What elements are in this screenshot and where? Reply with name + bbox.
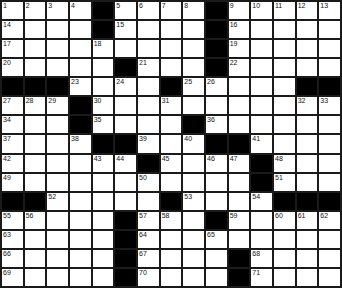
cell-r9c4[interactable] [70,155,91,172]
block-r10c12 [251,174,272,191]
block-r8c10 [206,135,227,152]
cell-r10c10[interactable] [206,174,227,191]
cell-r15c10[interactable] [206,269,227,286]
cell-r6c7[interactable] [138,97,159,114]
clue-number: 45 [162,155,170,163]
cell-r7c5[interactable]: 35 [93,116,114,133]
cell-r7c14[interactable] [297,116,318,133]
clue-number: 46 [207,155,215,163]
cell-r2c4[interactable] [70,21,91,38]
clue-number: 49 [3,174,11,182]
cell-r6c1[interactable]: 27 [2,97,23,114]
cell-r6c12[interactable] [251,97,272,114]
cell-r5c9[interactable]: 25 [183,78,204,95]
cell-r13c12[interactable] [251,231,272,248]
cell-r9c9[interactable] [183,155,204,172]
cell-r5c12[interactable] [251,78,272,95]
cell-r7c11[interactable] [229,116,250,133]
cell-r8c9[interactable]: 40 [183,135,204,152]
cell-r8c15[interactable] [319,135,340,152]
clue-number: 42 [3,155,11,163]
cell-r1c13[interactable]: 11 [274,2,295,19]
cell-r3c5[interactable]: 18 [93,40,114,57]
cell-r14c12[interactable]: 68 [251,250,272,267]
clue-number: 23 [71,78,79,86]
cell-r6c15[interactable]: 33 [319,97,340,114]
cell-r7c12[interactable] [251,116,272,133]
cell-r12c13[interactable]: 60 [274,212,295,229]
cell-r1c7[interactable]: 6 [138,2,159,19]
cell-r11c6[interactable] [115,193,136,210]
cell-r12c9[interactable] [183,212,204,229]
clue-number: 22 [230,59,238,67]
cell-r10c11[interactable] [229,174,250,191]
crossword-board: 1234567891011121314151617181920212223242… [0,0,342,288]
cell-r13c14[interactable] [297,231,318,248]
cell-r2c9[interactable] [183,21,204,38]
clue-number: 69 [3,269,11,277]
cell-r12c15[interactable]: 62 [319,212,340,229]
cell-r7c8[interactable] [161,116,182,133]
cell-r2c1[interactable]: 14 [2,21,23,38]
block-r13c6 [115,231,136,248]
clue-number: 52 [48,193,56,201]
cell-r14c3[interactable] [47,250,68,267]
block-r7c9 [183,116,204,133]
cell-r15c5[interactable] [93,269,114,286]
cell-r8c7[interactable]: 39 [138,135,159,152]
cell-r5c13[interactable] [274,78,295,95]
cell-r14c1[interactable]: 66 [2,250,23,267]
clue-number: 11 [275,2,282,10]
block-r9c7 [138,155,159,172]
block-r4c6 [115,59,136,76]
cell-r4c14[interactable] [297,59,318,76]
cell-r2c15[interactable] [319,21,340,38]
cell-r9c14[interactable] [297,155,318,172]
clue-number: 54 [252,193,260,201]
clue-number: 30 [94,97,102,105]
clue-number: 37 [3,135,11,143]
cell-r6c9[interactable] [183,97,204,114]
cell-r2c12[interactable] [251,21,272,38]
clue-number: 51 [275,174,283,182]
clue-number: 1 [3,2,7,10]
clue-number: 35 [94,116,102,124]
block-r2c5 [93,21,114,38]
cell-r6c2[interactable]: 28 [25,97,46,114]
cell-r9c13[interactable]: 48 [274,155,295,172]
cell-r3c3[interactable] [47,40,68,57]
cell-r6c13[interactable] [274,97,295,114]
cell-r5c11[interactable] [229,78,250,95]
cell-r2c2[interactable] [25,21,46,38]
cell-r11c9[interactable]: 53 [183,193,204,210]
cell-r9c1[interactable]: 42 [2,155,23,172]
clue-number: 27 [3,97,11,105]
clue-number: 36 [207,116,215,124]
cell-r3c4[interactable] [70,40,91,57]
cell-r15c4[interactable] [70,269,91,286]
cell-r13c3[interactable] [47,231,68,248]
cell-r3c15[interactable] [319,40,340,57]
cell-r15c1[interactable]: 69 [2,269,23,286]
cell-r4c15[interactable] [319,59,340,76]
cell-r11c12[interactable]: 54 [251,193,272,210]
cell-r3c14[interactable] [297,40,318,57]
block-r14c11 [229,250,250,267]
cell-r13c9[interactable] [183,231,204,248]
clue-number: 31 [162,97,170,105]
clue-number: 6 [139,2,143,10]
cell-r13c5[interactable] [93,231,114,248]
cell-r4c12[interactable] [251,59,272,76]
cell-r11c5[interactable] [93,193,114,210]
cell-r1c1[interactable]: 1 [2,2,23,19]
cell-r4c4[interactable] [70,59,91,76]
block-r11c1 [2,193,23,210]
cell-r3c6[interactable] [115,40,136,57]
cell-r6c3[interactable]: 29 [47,97,68,114]
clue-number: 58 [162,212,170,220]
cell-r10c6[interactable] [115,174,136,191]
cell-r2c7[interactable] [138,21,159,38]
clue-number: 68 [252,250,260,258]
block-r8c11 [229,135,250,152]
cell-r13c4[interactable] [70,231,91,248]
clue-number: 40 [184,135,192,143]
clue-number: 24 [116,78,124,86]
block-r9c12 [251,155,272,172]
cell-r4c13[interactable] [274,59,295,76]
clue-number: 64 [139,231,147,239]
cell-r3c9[interactable] [183,40,204,57]
cell-r8c3[interactable] [47,135,68,152]
clue-number: 65 [207,231,215,239]
cell-r6c14[interactable]: 32 [297,97,318,114]
clue-number: 41 [252,135,260,143]
cell-r14c10[interactable] [206,250,227,267]
block-r5c8 [161,78,182,95]
cell-r7c13[interactable] [274,116,295,133]
cell-r11c11[interactable] [229,193,250,210]
clue-number: 28 [26,97,34,105]
block-r4c10 [206,59,227,76]
cell-r8c14[interactable] [297,135,318,152]
clue-number: 14 [3,21,11,29]
cell-r3c8[interactable] [161,40,182,57]
cell-r1c2[interactable]: 2 [25,2,46,19]
clue-number: 2 [26,2,30,10]
cell-r10c13[interactable]: 51 [274,174,295,191]
clue-number: 66 [3,250,11,258]
cell-r4c2[interactable] [25,59,46,76]
cell-r11c3[interactable]: 52 [47,193,68,210]
clue-number: 55 [3,212,11,220]
cell-r9c6[interactable]: 44 [115,155,136,172]
block-r8c6 [115,135,136,152]
cell-r14c5[interactable] [93,250,114,267]
cell-r9c8[interactable]: 45 [161,155,182,172]
cell-r1c9[interactable]: 8 [183,2,204,19]
cell-r9c3[interactable] [47,155,68,172]
block-r5c14 [297,78,318,95]
block-r11c8 [161,193,182,210]
block-r7c4 [70,116,91,133]
cell-r2c6[interactable]: 15 [115,21,136,38]
cell-r11c7[interactable] [138,193,159,210]
clue-number: 70 [139,269,147,277]
cell-r3c12[interactable] [251,40,272,57]
clue-number: 3 [48,2,52,10]
block-r5c15 [319,78,340,95]
cell-r4c3[interactable] [47,59,68,76]
cell-r11c10[interactable] [206,193,227,210]
clue-number: 59 [230,212,238,220]
cell-r10c1[interactable]: 49 [2,174,23,191]
clue-number: 60 [275,212,283,220]
clue-number: 18 [94,40,102,48]
block-r15c6 [115,269,136,286]
block-r5c3 [47,78,68,95]
clue-number: 16 [230,21,238,29]
cell-r12c12[interactable] [251,212,272,229]
cell-r2c13[interactable] [274,21,295,38]
cell-r4c11[interactable]: 22 [229,59,250,76]
cell-r13c7[interactable]: 64 [138,231,159,248]
cell-r7c3[interactable] [47,116,68,133]
cell-r4c5[interactable] [93,59,114,76]
cell-r10c14[interactable] [297,174,318,191]
cell-r3c11[interactable]: 19 [229,40,250,57]
cell-r10c4[interactable] [70,174,91,191]
cell-r8c12[interactable]: 41 [251,135,272,152]
clue-number: 9 [230,2,234,10]
block-r2c10 [206,21,227,38]
cell-r11c4[interactable] [70,193,91,210]
cell-r1c4[interactable]: 4 [70,2,91,19]
cell-r14c13[interactable] [274,250,295,267]
cell-r15c8[interactable] [161,269,182,286]
cell-r9c5[interactable]: 43 [93,155,114,172]
cell-r15c13[interactable] [274,269,295,286]
cell-r12c2[interactable]: 56 [25,212,46,229]
block-r12c6 [115,212,136,229]
cell-r10c8[interactable] [161,174,182,191]
cell-r7c15[interactable] [319,116,340,133]
clue-number: 47 [230,155,238,163]
cell-r12c3[interactable] [47,212,68,229]
cell-r5c10[interactable]: 26 [206,78,227,95]
cell-r12c14[interactable]: 61 [297,212,318,229]
clue-number: 20 [3,59,11,67]
clue-number: 8 [184,2,188,10]
cell-r9c15[interactable] [319,155,340,172]
clue-number: 26 [207,78,215,86]
cell-r13c15[interactable] [319,231,340,248]
cell-r15c7[interactable]: 70 [138,269,159,286]
clue-number: 5 [116,2,120,10]
cell-r13c1[interactable]: 63 [2,231,23,248]
clue-number: 63 [3,231,11,239]
cell-r7c6[interactable] [115,116,136,133]
cell-r14c2[interactable] [25,250,46,267]
cell-r6c6[interactable] [115,97,136,114]
cell-r7c1[interactable]: 34 [2,116,23,133]
cell-r2c14[interactable] [297,21,318,38]
cell-r3c1[interactable]: 17 [2,40,23,57]
cell-r8c13[interactable] [274,135,295,152]
cell-r7c7[interactable] [138,116,159,133]
block-r14c6 [115,250,136,267]
cell-r1c3[interactable]: 3 [47,2,68,19]
block-r1c10 [206,2,227,19]
clue-number: 17 [3,40,11,48]
clue-number: 7 [162,2,166,10]
cell-r15c14[interactable] [297,269,318,286]
block-r11c15 [319,193,340,210]
block-r5c2 [25,78,46,95]
clue-number: 57 [139,212,147,220]
cell-r14c9[interactable] [183,250,204,267]
cell-r13c11[interactable] [229,231,250,248]
clue-number: 12 [298,2,306,10]
cell-r9c11[interactable]: 47 [229,155,250,172]
block-r11c2 [25,193,46,210]
cell-r14c14[interactable] [297,250,318,267]
clue-number: 34 [3,116,11,124]
cell-r13c10[interactable]: 65 [206,231,227,248]
block-r15c11 [229,269,250,286]
cell-r1c15[interactable]: 13 [319,2,340,19]
block-r8c5 [93,135,114,152]
cell-r12c4[interactable] [70,212,91,229]
clue-number: 56 [26,212,34,220]
clue-number: 33 [320,97,328,105]
cell-r6c8[interactable]: 31 [161,97,182,114]
cell-r14c4[interactable] [70,250,91,267]
cell-r9c10[interactable]: 46 [206,155,227,172]
block-r3c10 [206,40,227,57]
cell-r7c2[interactable] [25,116,46,133]
clue-number: 19 [230,40,238,48]
cell-r12c8[interactable]: 58 [161,212,182,229]
cell-r4c9[interactable] [183,59,204,76]
cell-r13c8[interactable] [161,231,182,248]
cell-r9c2[interactable] [25,155,46,172]
cell-r15c3[interactable] [47,269,68,286]
clue-number: 67 [139,250,147,258]
cell-r4c7[interactable]: 21 [138,59,159,76]
cell-r15c9[interactable] [183,269,204,286]
clue-number: 13 [320,2,328,10]
cell-r2c11[interactable]: 16 [229,21,250,38]
cell-r6c5[interactable]: 30 [93,97,114,114]
cell-r10c15[interactable] [319,174,340,191]
clue-number: 48 [275,155,283,163]
clue-number: 53 [184,193,192,201]
block-r1c5 [93,2,114,19]
cell-r4c8[interactable] [161,59,182,76]
clue-number: 50 [139,174,147,182]
block-r6c4 [70,97,91,114]
cell-r5c7[interactable] [138,78,159,95]
cell-r3c7[interactable] [138,40,159,57]
cell-r13c13[interactable] [274,231,295,248]
cell-r8c4[interactable]: 38 [70,135,91,152]
clue-number: 44 [116,155,124,163]
clue-number: 38 [71,135,79,143]
cell-r8c2[interactable] [25,135,46,152]
cell-r1c14[interactable]: 12 [297,2,318,19]
cell-r12c1[interactable]: 55 [2,212,23,229]
block-r5c1 [2,78,23,95]
clue-number: 39 [139,135,147,143]
cell-r6c11[interactable] [229,97,250,114]
cell-r10c5[interactable] [93,174,114,191]
cell-r10c9[interactable] [183,174,204,191]
cell-r14c15[interactable] [319,250,340,267]
clue-number: 43 [94,155,102,163]
clue-number: 62 [320,212,328,220]
cell-r14c7[interactable]: 67 [138,250,159,267]
cell-r15c12[interactable]: 71 [251,269,272,286]
block-r12c10 [206,212,227,229]
cell-r15c15[interactable] [319,269,340,286]
clue-number: 4 [71,2,75,10]
cell-r14c8[interactable] [161,250,182,267]
cell-r1c8[interactable]: 7 [161,2,182,19]
cell-r5c5[interactable] [93,78,114,95]
cell-r12c11[interactable]: 59 [229,212,250,229]
cell-r5c6[interactable]: 24 [115,78,136,95]
cell-r2c8[interactable] [161,21,182,38]
block-r11c14 [297,193,318,210]
cell-r12c5[interactable] [93,212,114,229]
clue-number: 71 [252,269,260,277]
cell-r13c2[interactable] [25,231,46,248]
clue-number: 15 [116,21,124,29]
clue-number: 61 [298,212,306,220]
clue-number: 21 [139,59,147,67]
clue-number: 29 [48,97,56,105]
cell-r1c11[interactable]: 9 [229,2,250,19]
cell-r15c2[interactable] [25,269,46,286]
clue-number: 25 [184,78,192,86]
cell-r4c1[interactable]: 20 [2,59,23,76]
clue-number: 10 [252,2,260,10]
cell-r5c4[interactable]: 23 [70,78,91,95]
cell-r3c2[interactable] [25,40,46,57]
cell-r2c3[interactable] [47,21,68,38]
cell-r7c10[interactable]: 36 [206,116,227,133]
cell-r3c13[interactable] [274,40,295,57]
cell-r12c7[interactable]: 57 [138,212,159,229]
cell-r10c7[interactable]: 50 [138,174,159,191]
cell-r8c8[interactable] [161,135,182,152]
clue-number: 32 [298,97,306,105]
cell-r10c2[interactable] [25,174,46,191]
cell-r6c10[interactable] [206,97,227,114]
block-r11c13 [274,193,295,210]
cell-r1c6[interactable]: 5 [115,2,136,19]
cell-r1c12[interactable]: 10 [251,2,272,19]
cell-r8c1[interactable]: 37 [2,135,23,152]
cell-r10c3[interactable] [47,174,68,191]
